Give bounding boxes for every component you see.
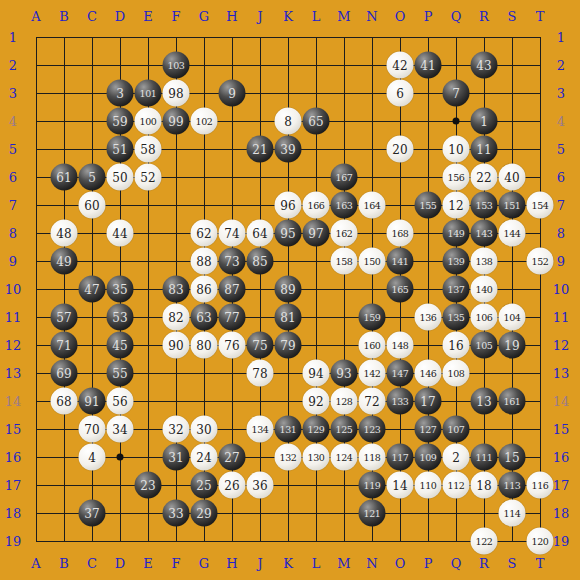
- stone-f3[interactable]: 98: [163, 80, 190, 107]
- stone-h17[interactable]: 26: [219, 472, 246, 499]
- stone-s11[interactable]: 104: [499, 304, 526, 331]
- col-label-bottom-j: J: [257, 557, 262, 570]
- col-label-bottom-k: K: [283, 557, 293, 570]
- row-label-right-12: 12: [553, 339, 570, 352]
- stone-n9[interactable]: 150: [359, 248, 386, 275]
- col-label-top-c: C: [87, 10, 97, 23]
- row-label-right-2: 2: [557, 59, 565, 72]
- stone-l14[interactable]: 92: [303, 388, 330, 415]
- col-label-bottom-g: G: [199, 557, 209, 570]
- stone-b14[interactable]: 68: [51, 388, 78, 415]
- stone-e5[interactable]: 58: [135, 136, 162, 163]
- stone-k15[interactable]: 131: [275, 416, 302, 443]
- stone-p11[interactable]: 136: [415, 304, 442, 331]
- stone-o8[interactable]: 168: [387, 220, 414, 247]
- stone-r7[interactable]: 153: [471, 192, 498, 219]
- row-label-right-10: 10: [553, 283, 570, 296]
- row-label-left-8: 8: [9, 227, 17, 240]
- stone-p16[interactable]: 109: [415, 444, 442, 471]
- stone-h9[interactable]: 73: [219, 248, 246, 275]
- star-point-d16: [117, 454, 124, 461]
- stone-c6[interactable]: 5: [79, 164, 106, 191]
- stone-r12[interactable]: 105: [471, 332, 498, 359]
- stone-h10[interactable]: 87: [219, 276, 246, 303]
- row-label-left-9: 9: [9, 255, 17, 268]
- col-label-bottom-r: R: [479, 557, 489, 570]
- stone-o16[interactable]: 117: [387, 444, 414, 471]
- col-label-bottom-q: Q: [451, 557, 462, 570]
- row-label-right-5: 5: [557, 143, 565, 156]
- stone-q9[interactable]: 139: [443, 248, 470, 275]
- stone-s7[interactable]: 151: [499, 192, 526, 219]
- row-label-left-2: 2: [9, 59, 17, 72]
- stone-b9[interactable]: 49: [51, 248, 78, 275]
- row-label-right-16: 16: [553, 451, 570, 464]
- stone-d11[interactable]: 53: [107, 304, 134, 331]
- stone-e6[interactable]: 52: [135, 164, 162, 191]
- stone-o17[interactable]: 14: [387, 472, 414, 499]
- stone-s17[interactable]: 113: [499, 472, 526, 499]
- stone-q13[interactable]: 108: [443, 360, 470, 387]
- stone-j13[interactable]: 78: [247, 360, 274, 387]
- stone-c7[interactable]: 60: [79, 192, 106, 219]
- stone-r4[interactable]: 1: [471, 108, 498, 135]
- stone-r11[interactable]: 106: [471, 304, 498, 331]
- stone-o9[interactable]: 141: [387, 248, 414, 275]
- stone-g18[interactable]: 29: [191, 500, 218, 527]
- stone-q16[interactable]: 2: [443, 444, 470, 471]
- col-label-bottom-d: D: [115, 557, 125, 570]
- col-label-bottom-n: N: [366, 557, 377, 570]
- stone-l8[interactable]: 97: [303, 220, 330, 247]
- stone-r6[interactable]: 22: [471, 164, 498, 191]
- col-label-top-n: N: [366, 10, 377, 23]
- col-label-top-r: R: [479, 10, 489, 23]
- stone-t19[interactable]: 120: [527, 528, 554, 555]
- stone-o5[interactable]: 20: [387, 136, 414, 163]
- stone-g12[interactable]: 80: [191, 332, 218, 359]
- row-label-left-6: 6: [9, 171, 17, 184]
- stone-r14[interactable]: 13: [471, 388, 498, 415]
- stone-n16[interactable]: 118: [359, 444, 386, 471]
- stone-j5[interactable]: 21: [247, 136, 274, 163]
- stone-n14[interactable]: 72: [359, 388, 386, 415]
- stone-b11[interactable]: 57: [51, 304, 78, 331]
- row-label-left-14: 14: [5, 395, 22, 408]
- stone-g15[interactable]: 30: [191, 416, 218, 443]
- row-label-left-15: 15: [5, 423, 22, 436]
- stone-m6[interactable]: 167: [331, 164, 358, 191]
- col-label-top-s: S: [508, 10, 517, 23]
- stone-k12[interactable]: 79: [275, 332, 302, 359]
- stone-t9[interactable]: 152: [527, 248, 554, 275]
- col-label-bottom-m: M: [337, 557, 350, 570]
- stone-k11[interactable]: 81: [275, 304, 302, 331]
- row-label-left-7: 7: [9, 199, 17, 212]
- stone-m14[interactable]: 128: [331, 388, 358, 415]
- stone-s6[interactable]: 40: [499, 164, 526, 191]
- col-label-bottom-f: F: [171, 557, 180, 570]
- stone-s18[interactable]: 114: [499, 500, 526, 527]
- stone-g8[interactable]: 62: [191, 220, 218, 247]
- stone-l15[interactable]: 129: [303, 416, 330, 443]
- row-label-right-19: 19: [553, 535, 570, 548]
- stone-b8[interactable]: 48: [51, 220, 78, 247]
- stone-d4[interactable]: 59: [107, 108, 134, 135]
- stone-k8[interactable]: 95: [275, 220, 302, 247]
- row-label-left-19: 19: [5, 535, 22, 548]
- stone-o14[interactable]: 133: [387, 388, 414, 415]
- stone-q6[interactable]: 156: [443, 164, 470, 191]
- stone-d8[interactable]: 44: [107, 220, 134, 247]
- stone-r9[interactable]: 138: [471, 248, 498, 275]
- stone-s16[interactable]: 15: [499, 444, 526, 471]
- col-label-top-k: K: [283, 10, 293, 23]
- col-label-top-d: D: [115, 10, 125, 23]
- stone-g10[interactable]: 86: [191, 276, 218, 303]
- stone-g9[interactable]: 88: [191, 248, 218, 275]
- stone-d12[interactable]: 45: [107, 332, 134, 359]
- row-label-left-1: 1: [9, 31, 17, 44]
- stone-f15[interactable]: 32: [163, 416, 190, 443]
- stone-r2[interactable]: 43: [471, 52, 498, 79]
- stone-d14[interactable]: 56: [107, 388, 134, 415]
- stone-f11[interactable]: 82: [163, 304, 190, 331]
- stone-j12[interactable]: 75: [247, 332, 274, 359]
- col-label-bottom-o: O: [395, 557, 406, 570]
- row-label-left-12: 12: [5, 339, 22, 352]
- stone-n13[interactable]: 142: [359, 360, 386, 387]
- stone-q8[interactable]: 149: [443, 220, 470, 247]
- stone-r16[interactable]: 111: [471, 444, 498, 471]
- stone-g16[interactable]: 24: [191, 444, 218, 471]
- stone-b12[interactable]: 71: [51, 332, 78, 359]
- col-label-bottom-t: T: [536, 557, 545, 570]
- stone-h8[interactable]: 74: [219, 220, 246, 247]
- go-board[interactable]: AABBCCDDEEFFGGHHJJKKLLMMNNOOPPQQRRSSTT11…: [0, 0, 580, 580]
- stone-o13[interactable]: 147: [387, 360, 414, 387]
- stone-m13[interactable]: 93: [331, 360, 358, 387]
- row-label-left-3: 3: [9, 87, 17, 100]
- stone-c14[interactable]: 91: [79, 388, 106, 415]
- stone-h16[interactable]: 27: [219, 444, 246, 471]
- col-label-top-b: B: [59, 10, 69, 23]
- row-label-right-1: 1: [557, 31, 565, 44]
- stone-h3[interactable]: 9: [219, 80, 246, 107]
- row-label-left-16: 16: [5, 451, 22, 464]
- row-label-right-11: 11: [553, 311, 570, 324]
- row-label-right-6: 6: [557, 171, 565, 184]
- stone-r5[interactable]: 11: [471, 136, 498, 163]
- stone-k7[interactable]: 96: [275, 192, 302, 219]
- stone-q15[interactable]: 107: [443, 416, 470, 443]
- row-label-right-13: 13: [553, 367, 570, 380]
- stone-q7[interactable]: 12: [443, 192, 470, 219]
- stone-f2[interactable]: 103: [163, 52, 190, 79]
- stone-q5[interactable]: 10: [443, 136, 470, 163]
- row-label-left-17: 17: [5, 479, 22, 492]
- stone-f16[interactable]: 31: [163, 444, 190, 471]
- stone-g4[interactable]: 102: [191, 108, 218, 135]
- stone-c15[interactable]: 70: [79, 416, 106, 443]
- stone-q17[interactable]: 112: [443, 472, 470, 499]
- stone-o12[interactable]: 148: [387, 332, 414, 359]
- stone-n7[interactable]: 164: [359, 192, 386, 219]
- stone-k5[interactable]: 39: [275, 136, 302, 163]
- col-label-top-m: M: [337, 10, 350, 23]
- stone-j15[interactable]: 134: [247, 416, 274, 443]
- col-label-bottom-h: H: [226, 557, 237, 570]
- col-label-top-o: O: [395, 10, 406, 23]
- stone-q10[interactable]: 137: [443, 276, 470, 303]
- stone-m15[interactable]: 125: [331, 416, 358, 443]
- col-label-bottom-p: P: [424, 557, 433, 570]
- stone-q12[interactable]: 16: [443, 332, 470, 359]
- stone-c18[interactable]: 37: [79, 500, 106, 527]
- stone-e17[interactable]: 23: [135, 472, 162, 499]
- stone-p2[interactable]: 41: [415, 52, 442, 79]
- row-label-right-15: 15: [553, 423, 570, 436]
- stone-g17[interactable]: 25: [191, 472, 218, 499]
- stone-j17[interactable]: 36: [247, 472, 274, 499]
- col-label-top-j: J: [257, 10, 262, 23]
- stone-t17[interactable]: 116: [527, 472, 554, 499]
- stone-g11[interactable]: 63: [191, 304, 218, 331]
- row-label-right-7: 7: [557, 199, 565, 212]
- star-point-q4: [453, 118, 460, 125]
- stone-o3[interactable]: 6: [387, 80, 414, 107]
- row-label-right-3: 3: [557, 87, 565, 100]
- col-label-top-f: F: [171, 10, 180, 23]
- stone-p13[interactable]: 146: [415, 360, 442, 387]
- stone-o2[interactable]: 42: [387, 52, 414, 79]
- stone-l4[interactable]: 65: [303, 108, 330, 135]
- stone-t7[interactable]: 154: [527, 192, 554, 219]
- stone-m8[interactable]: 162: [331, 220, 358, 247]
- col-label-top-h: H: [226, 10, 237, 23]
- stone-k10[interactable]: 89: [275, 276, 302, 303]
- stone-e4[interactable]: 100: [135, 108, 162, 135]
- stone-s12[interactable]: 19: [499, 332, 526, 359]
- stone-d3[interactable]: 3: [107, 80, 134, 107]
- stone-q3[interactable]: 7: [443, 80, 470, 107]
- stone-l13[interactable]: 94: [303, 360, 330, 387]
- stone-l16[interactable]: 130: [303, 444, 330, 471]
- stone-p14[interactable]: 17: [415, 388, 442, 415]
- stone-m9[interactable]: 158: [331, 248, 358, 275]
- stone-j9[interactable]: 85: [247, 248, 274, 275]
- stone-p15[interactable]: 127: [415, 416, 442, 443]
- stone-f10[interactable]: 83: [163, 276, 190, 303]
- col-label-top-l: L: [312, 10, 321, 23]
- stone-p17[interactable]: 110: [415, 472, 442, 499]
- stone-n12[interactable]: 160: [359, 332, 386, 359]
- stone-p7[interactable]: 155: [415, 192, 442, 219]
- stone-n17[interactable]: 119: [359, 472, 386, 499]
- stone-r8[interactable]: 143: [471, 220, 498, 247]
- col-label-bottom-c: C: [87, 557, 97, 570]
- stone-d6[interactable]: 50: [107, 164, 134, 191]
- stone-f12[interactable]: 90: [163, 332, 190, 359]
- row-label-right-14: 14: [553, 395, 570, 408]
- stone-r17[interactable]: 18: [471, 472, 498, 499]
- col-label-bottom-b: B: [59, 557, 69, 570]
- row-label-left-4: 4: [9, 115, 17, 128]
- stone-c10[interactable]: 47: [79, 276, 106, 303]
- stone-n15[interactable]: 123: [359, 416, 386, 443]
- stone-h11[interactable]: 77: [219, 304, 246, 331]
- col-label-bottom-e: E: [143, 557, 153, 570]
- stone-o10[interactable]: 165: [387, 276, 414, 303]
- stone-d15[interactable]: 34: [107, 416, 134, 443]
- stone-f4[interactable]: 99: [163, 108, 190, 135]
- col-label-top-p: P: [424, 10, 433, 23]
- col-label-bottom-s: S: [508, 557, 517, 570]
- stone-d13[interactable]: 55: [107, 360, 134, 387]
- stone-h12[interactable]: 76: [219, 332, 246, 359]
- stone-k4[interactable]: 8: [275, 108, 302, 135]
- col-label-top-g: G: [199, 10, 209, 23]
- stone-s8[interactable]: 144: [499, 220, 526, 247]
- stone-f18[interactable]: 33: [163, 500, 190, 527]
- row-label-right-4: 4: [557, 115, 565, 128]
- col-label-top-e: E: [143, 10, 153, 23]
- stone-q11[interactable]: 135: [443, 304, 470, 331]
- stone-k16[interactable]: 132: [275, 444, 302, 471]
- stone-r19[interactable]: 122: [471, 528, 498, 555]
- stone-d5[interactable]: 51: [107, 136, 134, 163]
- col-label-top-a: A: [31, 10, 40, 23]
- stone-n11[interactable]: 159: [359, 304, 386, 331]
- row-label-left-18: 18: [5, 507, 22, 520]
- row-label-left-11: 11: [5, 311, 22, 324]
- row-label-right-8: 8: [557, 227, 565, 240]
- row-label-right-18: 18: [553, 507, 570, 520]
- col-label-bottom-l: L: [312, 557, 321, 570]
- stone-s14[interactable]: 161: [499, 388, 526, 415]
- col-label-top-t: T: [536, 10, 545, 23]
- row-label-right-9: 9: [557, 255, 565, 268]
- stone-d10[interactable]: 35: [107, 276, 134, 303]
- stone-r10[interactable]: 140: [471, 276, 498, 303]
- stone-e3[interactable]: 101: [135, 80, 162, 107]
- stone-m7[interactable]: 163: [331, 192, 358, 219]
- stone-l7[interactable]: 166: [303, 192, 330, 219]
- stone-n18[interactable]: 121: [359, 500, 386, 527]
- col-label-top-q: Q: [451, 10, 462, 23]
- stone-m16[interactable]: 124: [331, 444, 358, 471]
- stone-j8[interactable]: 64: [247, 220, 274, 247]
- row-label-right-17: 17: [553, 479, 570, 492]
- col-label-bottom-a: A: [31, 557, 40, 570]
- stone-b13[interactable]: 69: [51, 360, 78, 387]
- row-label-left-10: 10: [5, 283, 22, 296]
- stone-b6[interactable]: 61: [51, 164, 78, 191]
- stone-c16[interactable]: 4: [79, 444, 106, 471]
- row-label-left-13: 13: [5, 367, 22, 380]
- row-label-left-5: 5: [9, 143, 17, 156]
